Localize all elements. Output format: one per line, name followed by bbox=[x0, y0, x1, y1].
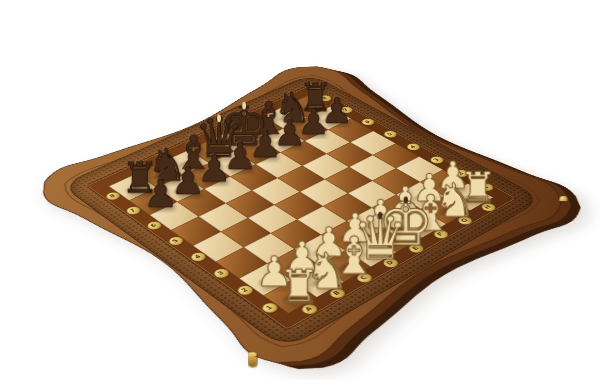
chess-set-photo: A11B22C33D44E55F66G77H88♜♞♝♛♚♝♞♜♟♟♟♟♟♟♟♟… bbox=[0, 0, 600, 380]
board-plane: A11B22C33D44E55F66G77H88♜♞♝♛♚♝♞♜♟♟♟♟♟♟♟♟… bbox=[27, 59, 578, 376]
scene-3d: A11B22C33D44E55F66G77H88♜♞♝♛♚♝♞♜♟♟♟♟♟♟♟♟… bbox=[0, 0, 600, 380]
